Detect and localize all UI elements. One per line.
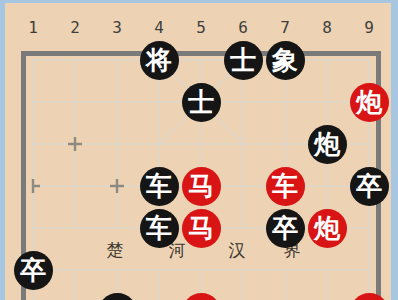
- piece-black-xiang-elephant[interactable]: 象: [266, 41, 305, 80]
- piece-red-ju-chariot[interactable]: 车: [266, 167, 305, 206]
- piece-red-pao-cannon[interactable]: 炮: [308, 209, 347, 248]
- piece-black-jiang-general[interactable]: 将: [140, 41, 179, 80]
- board-grid[interactable]: 将士象士炮炮车马车卒车马卒炮卒: [12, 39, 390, 300]
- piece-black-ju-chariot[interactable]: 车: [140, 209, 179, 248]
- piece-black-zu-soldier[interactable]: 卒: [266, 209, 305, 248]
- piece-black-shi-advisor[interactable]: 士: [182, 83, 221, 122]
- piece-black-pao-cannon[interactable]: 炮: [308, 125, 347, 164]
- xiangqi-board-screenshot: 123456789: [0, 0, 398, 300]
- piece-red-cutoff[interactable]: [350, 293, 389, 300]
- piece-black-cutoff[interactable]: [98, 293, 137, 300]
- piece-black-zu-soldier[interactable]: 卒: [14, 251, 53, 290]
- piece-red-ma-horse[interactable]: 马: [182, 209, 221, 248]
- piece-red-pao-cannon[interactable]: 炮: [350, 83, 389, 122]
- piece-red-ma-horse[interactable]: 马: [182, 167, 221, 206]
- piece-red-cutoff[interactable]: [182, 293, 221, 300]
- piece-black-zu-soldier[interactable]: 卒: [350, 167, 389, 206]
- piece-black-shi-advisor[interactable]: 士: [224, 41, 263, 80]
- piece-black-ju-chariot[interactable]: 车: [140, 167, 179, 206]
